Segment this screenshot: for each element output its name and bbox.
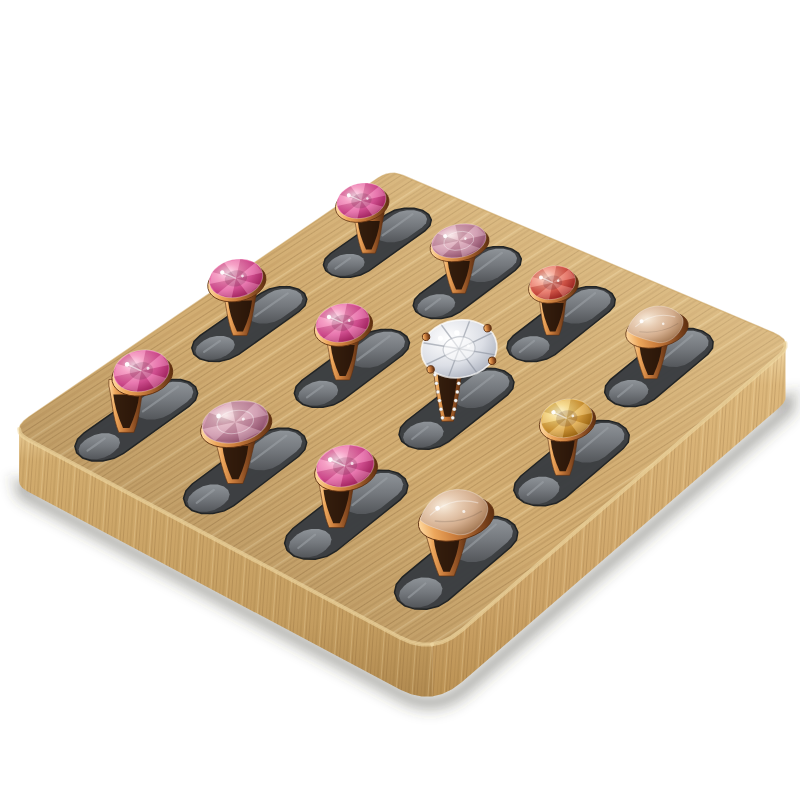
prong <box>483 324 491 332</box>
ring-tray-scene <box>0 0 800 800</box>
prong <box>488 357 496 365</box>
pave-stone <box>438 399 442 403</box>
pave-stone <box>441 416 445 420</box>
pave-stone <box>435 381 439 385</box>
pave-stone <box>454 399 458 403</box>
pave-stone <box>439 407 443 411</box>
ring-tray-product-photo <box>0 0 800 800</box>
pave-stone <box>436 390 440 394</box>
pave-stone <box>452 407 456 411</box>
pave-stone <box>455 390 459 394</box>
pave-stone <box>457 381 461 385</box>
pave-stone <box>451 416 455 420</box>
prong <box>422 333 430 341</box>
prong <box>426 365 434 373</box>
